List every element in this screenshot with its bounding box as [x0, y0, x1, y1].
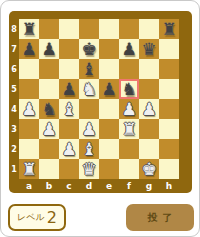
file-label-f: f	[119, 179, 139, 193]
square-f1[interactable]	[119, 159, 139, 179]
square-e1[interactable]	[99, 159, 119, 179]
square-d5[interactable]: ♞	[79, 79, 99, 99]
square-f6[interactable]	[119, 59, 139, 79]
file-label-h: h	[159, 179, 179, 193]
piece-black-pawn[interactable]: ♟	[99, 79, 119, 99]
square-c4[interactable]: ♝	[59, 99, 79, 119]
square-a6[interactable]	[19, 59, 39, 79]
square-h4[interactable]	[159, 99, 179, 119]
square-a2[interactable]	[19, 139, 39, 159]
file-label-a: a	[19, 179, 39, 193]
rank-label-4: 4	[9, 99, 19, 119]
square-c2[interactable]: ♟	[59, 139, 79, 159]
file-labels: abcdefgh	[19, 179, 179, 193]
square-f3[interactable]: ♜	[119, 119, 139, 139]
square-d3[interactable]: ♟	[79, 119, 99, 139]
square-h1[interactable]	[159, 159, 179, 179]
piece-white-pawn[interactable]: ♟	[139, 99, 159, 119]
piece-white-rook[interactable]: ♜	[19, 159, 39, 179]
piece-black-pawn[interactable]: ♟	[39, 39, 59, 59]
square-d7[interactable]: ♚	[79, 39, 99, 59]
piece-white-bishop[interactable]: ♝	[79, 139, 99, 159]
level-value: 2	[47, 210, 57, 226]
rank-label-2: 2	[9, 139, 19, 159]
piece-white-pawn[interactable]: ♟	[39, 119, 59, 139]
square-b2[interactable]	[39, 139, 59, 159]
file-label-c: c	[59, 179, 79, 193]
piece-white-pawn[interactable]: ♟	[79, 119, 99, 139]
piece-white-pawn[interactable]: ♟	[59, 139, 79, 159]
square-e6[interactable]	[99, 59, 119, 79]
resign-button-label: 投了	[143, 211, 178, 225]
rank-label-8: 8	[9, 19, 19, 39]
square-b6[interactable]	[39, 59, 59, 79]
square-c8[interactable]	[59, 19, 79, 39]
chess-app-window: 87654321 ♜♜♟♟♚♟♛♝♟♞♟♞♟♞♝♟♟♟♟♜♟♝♜♛♚ abcde…	[0, 0, 200, 237]
piece-black-rook[interactable]: ♜	[159, 19, 179, 39]
chess-board: 87654321 ♜♜♟♟♚♟♛♝♟♞♟♞♟♞♝♟♟♟♟♜♟♝♜♛♚ abcde…	[9, 11, 192, 193]
piece-black-knight[interactable]: ♞	[121, 81, 137, 97]
square-h5[interactable]	[159, 79, 179, 99]
square-a1[interactable]: ♜	[19, 159, 39, 179]
piece-black-pawn[interactable]: ♟	[119, 39, 139, 59]
square-a8[interactable]: ♜	[19, 19, 39, 39]
square-c6[interactable]	[59, 59, 79, 79]
resign-button[interactable]: 投了	[126, 204, 194, 231]
level-indicator: レベル 2	[8, 204, 66, 231]
file-label-g: g	[139, 179, 159, 193]
square-f5[interactable]: ♞	[119, 79, 139, 99]
square-g2[interactable]	[139, 139, 159, 159]
square-a3[interactable]	[19, 119, 39, 139]
square-h3[interactable]	[159, 119, 179, 139]
piece-black-bishop[interactable]: ♝	[79, 59, 99, 79]
file-label-d: d	[79, 179, 99, 193]
square-a5[interactable]	[19, 79, 39, 99]
rank-labels: 87654321	[9, 19, 19, 179]
square-e8[interactable]	[99, 19, 119, 39]
file-label-b: b	[39, 179, 59, 193]
square-f7[interactable]: ♟	[119, 39, 139, 59]
piece-black-pawn[interactable]: ♟	[59, 79, 79, 99]
square-a7[interactable]: ♟	[19, 39, 39, 59]
square-c7[interactable]	[59, 39, 79, 59]
square-h7[interactable]	[159, 39, 179, 59]
square-b1[interactable]	[39, 159, 59, 179]
rank-label-7: 7	[9, 39, 19, 59]
piece-black-king[interactable]: ♚	[79, 39, 99, 59]
square-f2[interactable]	[119, 139, 139, 159]
square-g7[interactable]: ♛	[139, 39, 159, 59]
piece-black-pawn[interactable]: ♟	[19, 39, 39, 59]
piece-black-knight[interactable]: ♞	[39, 99, 59, 119]
square-e2[interactable]	[99, 139, 119, 159]
square-h2[interactable]	[159, 139, 179, 159]
square-g5[interactable]	[139, 79, 159, 99]
square-e5[interactable]: ♟	[99, 79, 119, 99]
square-g3[interactable]	[139, 119, 159, 139]
square-b3[interactable]: ♟	[39, 119, 59, 139]
piece-white-queen[interactable]: ♛	[79, 159, 99, 179]
square-b5[interactable]	[39, 79, 59, 99]
square-f8[interactable]	[119, 19, 139, 39]
square-e4[interactable]	[99, 99, 119, 119]
square-c5[interactable]: ♟	[59, 79, 79, 99]
square-b7[interactable]: ♟	[39, 39, 59, 59]
rank-label-6: 6	[9, 59, 19, 79]
level-label: レベル	[17, 211, 45, 224]
square-d2[interactable]: ♝	[79, 139, 99, 159]
square-g1[interactable]: ♚	[139, 159, 159, 179]
square-f4[interactable]: ♟	[119, 99, 139, 119]
rank-label-1: 1	[9, 159, 19, 179]
square-h8[interactable]: ♜	[159, 19, 179, 39]
piece-white-bishop[interactable]: ♝	[59, 99, 79, 119]
square-d6[interactable]: ♝	[79, 59, 99, 79]
square-c3[interactable]	[59, 119, 79, 139]
square-d4[interactable]	[79, 99, 99, 119]
rank-label-5: 5	[9, 79, 19, 99]
square-e3[interactable]	[99, 119, 119, 139]
piece-black-rook[interactable]: ♜	[19, 19, 39, 39]
piece-white-pawn[interactable]: ♟	[19, 99, 39, 119]
piece-black-queen[interactable]: ♛	[139, 39, 159, 59]
square-a4[interactable]: ♟	[19, 99, 39, 119]
square-g6[interactable]	[139, 59, 159, 79]
square-g8[interactable]	[139, 19, 159, 39]
rank-label-3: 3	[9, 119, 19, 139]
file-label-e: e	[99, 179, 119, 193]
square-d1[interactable]: ♛	[79, 159, 99, 179]
square-h6[interactable]	[159, 59, 179, 79]
square-d8[interactable]	[79, 19, 99, 39]
piece-white-king[interactable]: ♚	[139, 159, 159, 179]
square-e7[interactable]	[99, 39, 119, 59]
board-squares: ♜♜♟♟♚♟♛♝♟♞♟♞♟♞♝♟♟♟♟♜♟♝♜♛♚	[19, 19, 179, 179]
square-g4[interactable]: ♟	[139, 99, 159, 119]
square-b4[interactable]: ♞	[39, 99, 59, 119]
piece-white-pawn[interactable]: ♟	[119, 99, 139, 119]
square-b8[interactable]	[39, 19, 59, 39]
square-c1[interactable]	[59, 159, 79, 179]
piece-white-rook[interactable]: ♜	[119, 119, 139, 139]
piece-white-knight[interactable]: ♞	[79, 79, 99, 99]
